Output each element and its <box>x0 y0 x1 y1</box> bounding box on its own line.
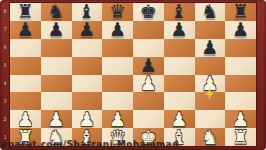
square-b5[interactable] <box>41 57 72 75</box>
chess-board: ♜♞♝♛♚♝♞♜♟♟♟♟♟♟♟♟♟♟♟♟♟♟♟♟♜♞♝♛♚♝♞♜ <box>10 3 256 146</box>
square-e7[interactable] <box>133 21 164 39</box>
square-h6[interactable] <box>225 39 256 57</box>
rank-label-8: 8 <box>0 3 10 21</box>
square-b7[interactable]: ♟ <box>41 21 72 39</box>
rank-label-3: 3 <box>0 92 10 110</box>
square-a6[interactable] <box>10 39 41 57</box>
piece-black-pawn-h7[interactable]: ♟ <box>232 21 249 38</box>
square-d6[interactable] <box>102 39 133 57</box>
square-d7[interactable]: ♟ <box>102 21 133 39</box>
square-g1[interactable]: ♞ <box>195 128 226 146</box>
square-d4[interactable] <box>102 75 133 93</box>
rank-label-7: 7 <box>0 21 10 39</box>
square-h7[interactable]: ♟ <box>225 21 256 39</box>
square-b6[interactable] <box>41 39 72 57</box>
square-f6[interactable] <box>164 39 195 57</box>
square-e8[interactable]: ♚ <box>133 3 164 21</box>
piece-white-knight-g1[interactable]: ♞ <box>201 129 218 146</box>
piece-black-pawn-f7[interactable]: ♟ <box>171 21 188 38</box>
square-f5[interactable] <box>164 57 195 75</box>
piece-black-pawn-a7[interactable]: ♟ <box>17 21 34 38</box>
chess-board-frame: 87654321 ♜♞♝♛♚♝♞♜♟♟♟♟♟♟♟♟♟♟♟♟♟♟♟♟♜♞♝♛♚♝♞… <box>0 0 266 150</box>
square-c6[interactable] <box>72 39 103 57</box>
rank-label-2: 2 <box>0 110 10 128</box>
square-d5[interactable] <box>102 57 133 75</box>
rank-label-5: 5 <box>0 57 10 75</box>
piece-black-pawn-b7[interactable]: ♟ <box>48 21 65 38</box>
piece-white-pawn-e4[interactable]: ♟ <box>140 75 157 92</box>
square-h4[interactable] <box>225 75 256 93</box>
square-h5[interactable] <box>225 57 256 75</box>
square-c5[interactable] <box>72 57 103 75</box>
piece-black-king-e8[interactable]: ♚ <box>140 3 157 20</box>
square-a7[interactable]: ♟ <box>10 21 41 39</box>
square-h1[interactable]: ♜ <box>225 128 256 146</box>
piece-black-knight-g8[interactable]: ♞ <box>201 3 218 20</box>
square-f7[interactable]: ♟ <box>164 21 195 39</box>
watermark-text: aparat.com/Shatranj.Mohammad <box>1 139 179 149</box>
rank-label-4: 4 <box>0 75 10 93</box>
rank-labels: 87654321 <box>0 3 10 146</box>
square-c4[interactable] <box>72 75 103 93</box>
piece-black-pawn-c7[interactable]: ♟ <box>78 21 95 38</box>
piece-black-pawn-d7[interactable]: ♟ <box>109 21 126 38</box>
square-g6[interactable]: ♟ <box>195 39 226 57</box>
piece-black-pawn-g6[interactable]: ♟ <box>201 39 218 56</box>
rank-label-6: 6 <box>0 39 10 57</box>
square-c7[interactable]: ♟ <box>72 21 103 39</box>
square-g8[interactable]: ♞ <box>195 3 226 21</box>
square-e4[interactable]: ♟ <box>133 75 164 93</box>
square-e3[interactable] <box>133 92 164 110</box>
square-f4[interactable] <box>164 75 195 93</box>
piece-white-rook-h1[interactable]: ♜ <box>232 129 249 146</box>
square-a4[interactable] <box>10 75 41 93</box>
square-a5[interactable] <box>10 57 41 75</box>
square-b4[interactable] <box>41 75 72 93</box>
